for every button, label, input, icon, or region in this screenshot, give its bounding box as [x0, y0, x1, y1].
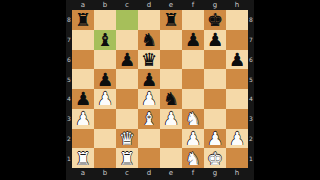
- black-pawn-f7: ♟: [185, 30, 201, 49]
- rank-label-8: 8: [248, 10, 254, 30]
- square-e8[interactable]: ♜: [160, 10, 182, 30]
- square-b7[interactable]: ♝: [94, 30, 116, 50]
- square-g2[interactable]: ♟: [204, 129, 226, 149]
- square-c3[interactable]: [116, 109, 138, 129]
- square-h3[interactable]: [226, 109, 248, 129]
- square-a7[interactable]: [72, 30, 94, 50]
- white-rook-c1: ♜: [119, 148, 135, 167]
- file-label-d: d: [138, 168, 160, 180]
- file-label-h: h: [226, 0, 248, 10]
- black-rook-a8: ♜: [75, 10, 91, 29]
- square-h8[interactable]: [226, 10, 248, 30]
- rank-label-6: 6: [248, 50, 254, 70]
- square-f3[interactable]: ♞: [182, 109, 204, 129]
- black-pawn-a4: ♟: [75, 89, 91, 108]
- chess-board: abcdefgh abcdefgh 87654321 87654321 ♜♜♚♝…: [66, 0, 254, 180]
- square-d7[interactable]: ♞: [138, 30, 160, 50]
- square-h6[interactable]: ♟: [226, 50, 248, 70]
- white-pawn-h2: ♟: [229, 129, 245, 148]
- square-f2[interactable]: ♟: [182, 129, 204, 149]
- black-rook-e8: ♜: [163, 10, 179, 29]
- file-label-g: g: [204, 168, 226, 180]
- white-knight-f1: ♞: [185, 148, 201, 167]
- square-a3[interactable]: ♟: [72, 109, 94, 129]
- white-pawn-e3: ♟: [163, 109, 179, 128]
- square-h4[interactable]: [226, 89, 248, 109]
- square-d8[interactable]: [138, 10, 160, 30]
- square-a6[interactable]: [72, 50, 94, 70]
- square-f5[interactable]: [182, 69, 204, 89]
- square-g3[interactable]: [204, 109, 226, 129]
- black-pawn-h6: ♟: [229, 50, 245, 69]
- square-e4[interactable]: ♞: [160, 89, 182, 109]
- file-label-h: h: [226, 168, 248, 180]
- square-e5[interactable]: [160, 69, 182, 89]
- white-queen-c2: ♛: [119, 129, 135, 148]
- white-bishop-d3: ♝: [141, 109, 157, 128]
- file-label-b: b: [94, 168, 116, 180]
- black-knight-d7: ♞: [141, 30, 157, 49]
- square-b6[interactable]: [94, 50, 116, 70]
- square-b8[interactable]: [94, 10, 116, 30]
- file-label-d: d: [138, 0, 160, 10]
- file-labels-bottom: abcdefgh: [72, 168, 248, 180]
- square-b1[interactable]: [94, 148, 116, 168]
- square-c4[interactable]: [116, 89, 138, 109]
- square-f6[interactable]: [182, 50, 204, 70]
- file-labels-top: abcdefgh: [72, 0, 248, 10]
- square-h5[interactable]: [226, 69, 248, 89]
- square-h1[interactable]: [226, 148, 248, 168]
- square-f1[interactable]: ♞: [182, 148, 204, 168]
- rank-label-5: 5: [248, 69, 254, 89]
- square-g4[interactable]: [204, 89, 226, 109]
- black-pawn-b5: ♟: [97, 69, 113, 88]
- square-d1[interactable]: [138, 148, 160, 168]
- file-label-c: c: [116, 168, 138, 180]
- white-pawn-f2: ♟: [185, 129, 201, 148]
- rank-label-7: 7: [248, 30, 254, 50]
- rank-label-3: 3: [248, 109, 254, 129]
- white-pawn-a3: ♟: [75, 109, 91, 128]
- board-grid: ♜♜♚♝♞♟♟♟♛♟♟♟♟♟♟♞♟♝♟♞♛♟♟♟♜♜♞♚: [72, 10, 248, 168]
- square-g6[interactable]: [204, 50, 226, 70]
- rank-labels-right: 87654321: [248, 10, 254, 168]
- white-pawn-d4: ♟: [141, 89, 157, 108]
- square-a1[interactable]: ♜: [72, 148, 94, 168]
- square-c7[interactable]: [116, 30, 138, 50]
- file-label-f: f: [182, 0, 204, 10]
- square-e6[interactable]: [160, 50, 182, 70]
- square-b2[interactable]: [94, 129, 116, 149]
- black-bishop-b7: ♝: [97, 30, 113, 49]
- square-b3[interactable]: [94, 109, 116, 129]
- square-h7[interactable]: [226, 30, 248, 50]
- square-d2[interactable]: [138, 129, 160, 149]
- black-pawn-d5: ♟: [141, 69, 157, 88]
- white-rook-a1: ♜: [75, 148, 91, 167]
- square-c6[interactable]: ♟: [116, 50, 138, 70]
- square-c5[interactable]: [116, 69, 138, 89]
- square-h2[interactable]: ♟: [226, 129, 248, 149]
- file-label-a: a: [72, 168, 94, 180]
- square-d5[interactable]: ♟: [138, 69, 160, 89]
- square-a2[interactable]: [72, 129, 94, 149]
- white-pawn-b4: ♟: [97, 89, 113, 108]
- black-king-g8: ♚: [207, 10, 223, 29]
- file-label-g: g: [204, 0, 226, 10]
- video-frame-background: abcdefgh abcdefgh 87654321 87654321 ♜♜♚♝…: [0, 0, 320, 180]
- black-queen-d6: ♛: [141, 50, 157, 69]
- square-d4[interactable]: ♟: [138, 89, 160, 109]
- square-e3[interactable]: ♟: [160, 109, 182, 129]
- white-knight-f3: ♞: [185, 109, 201, 128]
- square-f8[interactable]: [182, 10, 204, 30]
- square-a5[interactable]: [72, 69, 94, 89]
- file-label-b: b: [94, 0, 116, 10]
- square-g7[interactable]: ♟: [204, 30, 226, 50]
- file-label-a: a: [72, 0, 94, 10]
- rank-label-1: 1: [248, 148, 254, 168]
- white-king-g1: ♚: [207, 148, 223, 167]
- square-e1[interactable]: [160, 148, 182, 168]
- square-a8[interactable]: ♜: [72, 10, 94, 30]
- square-d6[interactable]: ♛: [138, 50, 160, 70]
- rank-label-2: 2: [248, 129, 254, 149]
- square-b4[interactable]: ♟: [94, 89, 116, 109]
- file-label-e: e: [160, 0, 182, 10]
- white-pawn-g2: ♟: [207, 129, 223, 148]
- square-c1[interactable]: ♜: [116, 148, 138, 168]
- black-knight-e4: ♞: [163, 89, 179, 108]
- square-c8[interactable]: [116, 10, 138, 30]
- square-f4[interactable]: [182, 89, 204, 109]
- square-c2[interactable]: ♛: [116, 129, 138, 149]
- square-e7[interactable]: [160, 30, 182, 50]
- square-b5[interactable]: ♟: [94, 69, 116, 89]
- file-label-f: f: [182, 168, 204, 180]
- square-d3[interactable]: ♝: [138, 109, 160, 129]
- square-g5[interactable]: [204, 69, 226, 89]
- square-g1[interactable]: ♚: [204, 148, 226, 168]
- file-label-c: c: [116, 0, 138, 10]
- rank-label-4: 4: [248, 89, 254, 109]
- square-g8[interactable]: ♚: [204, 10, 226, 30]
- square-f7[interactable]: ♟: [182, 30, 204, 50]
- black-pawn-g7: ♟: [207, 30, 223, 49]
- file-label-e: e: [160, 168, 182, 180]
- square-e2[interactable]: [160, 129, 182, 149]
- square-a4[interactable]: ♟: [72, 89, 94, 109]
- black-pawn-c6: ♟: [119, 50, 135, 69]
